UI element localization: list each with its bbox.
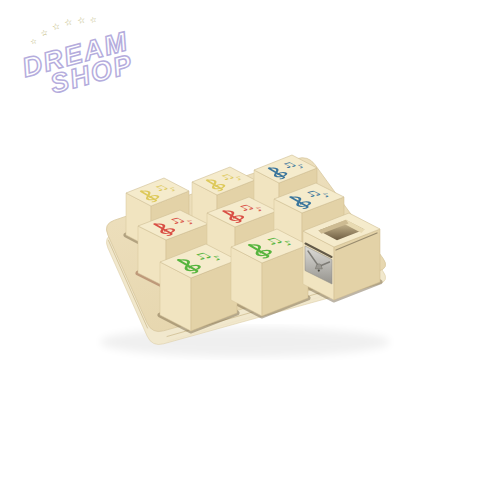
watermark-star-icon: ☆ (76, 14, 86, 26)
watermark-star-icon: ☆ (29, 36, 38, 47)
tray-drop-shadow (100, 327, 390, 357)
bell-clapper (318, 270, 320, 272)
watermark: ☆ ☆ ☆ ☆ ☆ ☆ DREAM SHOP (13, 4, 138, 106)
watermark-star-icon: ☆ (51, 21, 61, 33)
watermark-star-icon: ☆ (39, 27, 49, 39)
watermark-star-icon: ☆ (63, 16, 73, 28)
scene-svg: masterkidz ♫ ♪ ♫ ♪ ♫ (0, 0, 480, 480)
product-photo: masterkidz ♫ ♪ ♫ ♪ ♫ (0, 0, 480, 480)
watermark-star-icon: ☆ (89, 15, 98, 26)
